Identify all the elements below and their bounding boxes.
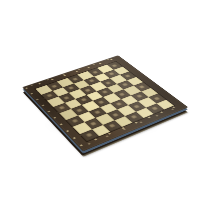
photo-canvas: { "game": "chess", "position": "8/8/8/8/… — [0, 0, 200, 200]
board-square — [91, 125, 110, 137]
board-square — [77, 111, 95, 122]
board-square — [64, 99, 81, 109]
board-square — [82, 101, 100, 111]
board-square — [99, 103, 117, 113]
board-square — [156, 99, 174, 109]
board-square — [103, 120, 122, 132]
board-square — [148, 93, 166, 103]
board-square — [135, 107, 153, 118]
product-photo — [0, 0, 200, 200]
board-square — [106, 109, 124, 120]
board-square — [110, 99, 128, 109]
board-square — [95, 114, 113, 125]
board-square — [88, 107, 106, 118]
board-square — [71, 105, 89, 116]
board-square — [59, 109, 77, 120]
board-square — [138, 97, 156, 107]
board-square — [146, 103, 164, 114]
board-square — [125, 112, 143, 123]
board-square — [73, 122, 92, 134]
board-square — [114, 116, 133, 127]
board-square — [92, 97, 110, 107]
board-square — [128, 101, 146, 111]
board-square — [117, 105, 135, 116]
board-square — [53, 103, 71, 113]
board-square — [47, 97, 64, 107]
board-square — [84, 118, 103, 129]
board-square — [80, 129, 99, 141]
board-square — [66, 116, 84, 127]
